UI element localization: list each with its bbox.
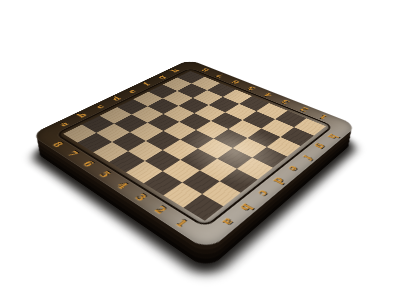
square-f1[interactable]: [267, 137, 301, 157]
file-labels-near: hgfedcba: [211, 129, 345, 234]
square-c3[interactable]: [181, 149, 217, 170]
square-f2[interactable]: [247, 128, 280, 147]
square-b4[interactable]: [145, 150, 181, 171]
render-canvas: 87654321 87654321 hgfedcba hgfedcba: [0, 0, 400, 300]
square-c4[interactable]: [163, 140, 198, 160]
board-frame: 87654321 87654321 hgfedcba hgfedcba: [30, 59, 358, 251]
square-a6[interactable]: [93, 142, 128, 162]
square-b5[interactable]: [128, 141, 163, 161]
square-b1[interactable]: [202, 181, 241, 206]
square-d1[interactable]: [236, 157, 272, 179]
square-a7[interactable]: [78, 133, 112, 152]
square-d3[interactable]: [198, 139, 233, 159]
square-c2[interactable]: [200, 159, 237, 181]
square-a1[interactable]: [183, 194, 223, 221]
square-e3[interactable]: [214, 129, 248, 148]
chessboard: 87654321 87654321 hgfedcba hgfedcba: [30, 59, 358, 251]
square-a2[interactable]: [163, 182, 202, 207]
square-b6[interactable]: [112, 132, 146, 151]
square-a3[interactable]: [144, 171, 182, 195]
square-b3[interactable]: [163, 160, 200, 182]
square-b2[interactable]: [182, 170, 220, 194]
square-c1[interactable]: [220, 169, 258, 193]
board-scene: 87654321 87654321 hgfedcba hgfedcba: [0, 0, 400, 300]
square-a5[interactable]: [109, 151, 145, 172]
square-c5[interactable]: [146, 131, 180, 150]
square-e2[interactable]: [232, 138, 266, 158]
rank-labels-near: 87654321: [44, 137, 199, 236]
square-a4[interactable]: [126, 161, 163, 184]
square-d4[interactable]: [180, 130, 214, 149]
square-d2[interactable]: [217, 148, 252, 169]
square-e1[interactable]: [252, 147, 287, 168]
